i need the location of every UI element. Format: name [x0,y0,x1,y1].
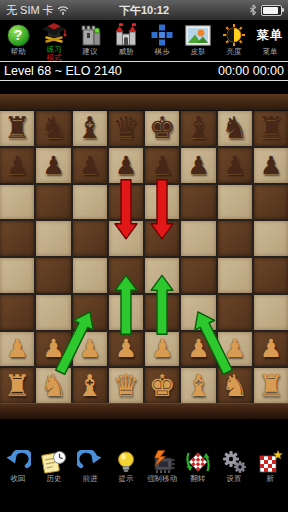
black-knight[interactable]: ♞ [221,113,248,143]
square-b2[interactable]: ♟ [36,332,70,367]
black-king[interactable]: ♚ [149,113,176,143]
status-bar: 无 SIM 卡 下午10:12 [0,0,288,20]
square-d4[interactable] [109,258,143,293]
square-h5[interactable] [254,221,288,256]
square-a5[interactable] [0,221,34,256]
square-d5[interactable] [109,221,143,256]
bottom-toolbar: 收回 历史 [0,447,288,494]
square-g2[interactable]: ♟ [218,332,252,367]
top-toolbar: ? 帮助 练习 模式 [0,20,288,62]
hint-button[interactable]: 提示 [108,449,144,494]
square-e3[interactable] [145,295,179,330]
white-knight[interactable]: ♞ [40,371,67,401]
square-d6[interactable] [109,185,143,220]
white-pawn[interactable]: ♟ [115,336,137,361]
square-c2[interactable]: ♟ [73,332,107,367]
square-e5[interactable] [145,221,179,256]
black-pawn[interactable]: ♟ [42,153,64,178]
carrier-label: 无 SIM 卡 [6,3,54,18]
skin-button[interactable]: 皮肤 [180,22,216,61]
new-game-button[interactable]: 新 [252,449,288,494]
settings-button[interactable]: 设置 [216,449,252,494]
black-bishop[interactable]: ♝ [185,113,212,143]
square-f7[interactable]: ♟ [181,148,215,183]
practice-mode-button[interactable]: 练习 模式 [36,22,72,61]
black-pawn[interactable]: ♟ [115,153,137,178]
square-g5[interactable] [218,221,252,256]
chess-board: ♜♞♝♛♚♝♞♜♟♟♟♟♟♟♟♟♟♟♟♟♟♟♟♟♜♞♝♛♚♝♞♜ [0,94,288,419]
history-label: 历史 [47,475,62,483]
square-g6[interactable] [218,185,252,220]
black-bishop[interactable]: ♝ [76,113,103,143]
menu-label: 菜单 [263,48,278,56]
white-bishop[interactable]: ♝ [76,371,103,401]
square-c6[interactable] [73,185,107,220]
lightbulb-icon [114,450,138,474]
take-back-label: 收回 [11,475,26,483]
force-move-label: 强制移动 [147,475,177,483]
flip-board-label: 翻转 [191,475,206,483]
black-pawn[interactable]: ♟ [6,153,28,178]
white-pawn[interactable]: ♟ [187,336,209,361]
black-rook[interactable]: ♜ [4,113,31,143]
black-queen[interactable]: ♛ [112,113,139,143]
sun-brightness-icon [222,23,246,47]
castle-red-flags-icon [114,23,138,47]
square-d8[interactable]: ♛ [109,111,143,146]
square-h8[interactable]: ♜ [254,111,288,146]
help-label: 帮助 [11,48,26,56]
suggest-label: 建议 [83,48,98,56]
app-root: 无 SIM 卡 下午10:12 ? 帮助 [0,0,288,512]
threat-label: 威胁 [119,48,134,56]
square-b3[interactable] [36,295,70,330]
cpu-lightning-icon [149,450,175,474]
white-rook[interactable]: ♜ [257,371,284,401]
castle-tower-icon [78,23,102,47]
square-f2[interactable]: ♟ [181,332,215,367]
undo-arrow-icon [5,450,31,474]
square-f4[interactable] [181,258,215,293]
square-h7[interactable]: ♟ [254,148,288,183]
clocks-label: 00:00 00:00 [218,64,284,78]
square-d2[interactable]: ♟ [109,332,143,367]
square-b8[interactable]: ♞ [36,111,70,146]
square-h2[interactable]: ♟ [254,332,288,367]
practice-mode-label: 练习 模式 [47,46,62,62]
square-a1[interactable]: ♜ [0,368,34,403]
brightness-label: 亮度 [227,48,242,56]
menu-button[interactable]: 菜单 菜单 [252,22,288,61]
moves-label: 棋步 [155,48,170,56]
square-h3[interactable] [254,295,288,330]
white-bishop[interactable]: ♝ [185,371,212,401]
square-a8[interactable]: ♜ [0,111,34,146]
square-a3[interactable] [0,295,34,330]
brightness-button[interactable]: 亮度 [216,22,252,61]
square-b1[interactable]: ♞ [36,368,70,403]
wifi-icon [57,5,69,15]
square-f6[interactable] [181,185,215,220]
square-e6[interactable] [145,185,179,220]
bluetooth-icon [249,4,257,16]
forward-label: 前进 [83,475,98,483]
menu-text-icon: 菜单 [257,27,283,44]
square-e1[interactable]: ♚ [145,368,179,403]
skin-label: 皮肤 [191,48,206,56]
white-pawn[interactable]: ♟ [260,336,282,361]
black-pawn[interactable]: ♟ [78,153,100,178]
square-g4[interactable] [218,258,252,293]
info-bar: Level 68 ~ ELO 2140 00:00 00:00 [0,62,288,81]
moves-button[interactable]: 棋步 [144,22,180,61]
black-pawn[interactable]: ♟ [151,153,173,178]
picture-icon [185,25,211,46]
history-button[interactable]: 历史 [36,449,72,494]
white-rook[interactable]: ♜ [4,371,31,401]
square-b6[interactable] [36,185,70,220]
white-pawn[interactable]: ♟ [223,336,245,361]
square-g3[interactable] [218,295,252,330]
black-knight[interactable]: ♞ [40,113,67,143]
help-question-icon: ? [7,24,30,47]
flip-board-button[interactable]: 翻转 [180,449,216,494]
square-c8[interactable]: ♝ [73,111,107,146]
board-squares: ♜♞♝♛♚♝♞♜♟♟♟♟♟♟♟♟♟♟♟♟♟♟♟♟♜♞♝♛♚♝♞♜ [0,111,288,403]
black-pawn[interactable]: ♟ [187,153,209,178]
white-pawn[interactable]: ♟ [42,336,64,361]
white-king[interactable]: ♚ [149,371,176,401]
square-f3[interactable] [181,295,215,330]
square-f1[interactable]: ♝ [181,368,215,403]
square-b7[interactable]: ♟ [36,148,70,183]
square-e4[interactable] [145,258,179,293]
blue-cross-icon [150,23,174,47]
history-note-clock-icon [41,450,67,474]
board-frame-bottom [0,403,288,419]
redo-arrow-icon [77,450,103,474]
white-pawn[interactable]: ♟ [151,336,173,361]
white-pawn[interactable]: ♟ [78,336,100,361]
force-move-button[interactable]: 强制移动 [144,449,180,494]
square-c5[interactable] [73,221,107,256]
square-c4[interactable] [73,258,107,293]
new-game-label: 新 [266,475,274,483]
square-d3[interactable] [109,295,143,330]
take-back-button[interactable]: 收回 [0,449,36,494]
square-a4[interactable] [0,258,34,293]
square-e2[interactable]: ♟ [145,332,179,367]
black-pawn[interactable]: ♟ [223,153,245,178]
square-c3[interactable] [73,295,107,330]
white-queen[interactable]: ♛ [112,371,139,401]
square-f8[interactable]: ♝ [181,111,215,146]
square-a2[interactable]: ♟ [0,332,34,367]
level-elo-label: Level 68 ~ ELO 2140 [4,64,122,78]
white-pawn[interactable]: ♟ [6,336,28,361]
battery-icon [261,5,282,16]
square-d1[interactable]: ♛ [109,368,143,403]
square-h4[interactable] [254,258,288,293]
square-g7[interactable]: ♟ [218,148,252,183]
forward-button[interactable]: 前进 [72,449,108,494]
square-d7[interactable]: ♟ [109,148,143,183]
hint-label: 提示 [119,475,134,483]
square-c7[interactable]: ♟ [73,148,107,183]
white-knight[interactable]: ♞ [221,371,248,401]
flip-board-icon [185,450,211,474]
black-pawn[interactable]: ♟ [260,153,282,178]
square-b5[interactable] [36,221,70,256]
square-b4[interactable] [36,258,70,293]
square-e8[interactable]: ♚ [145,111,179,146]
square-g8[interactable]: ♞ [218,111,252,146]
graduation-cap-icon [41,22,67,46]
square-h1[interactable]: ♜ [254,368,288,403]
square-c1[interactable]: ♝ [73,368,107,403]
new-board-star-icon [257,450,283,474]
suggest-button[interactable]: 建议 [72,22,108,61]
gears-icon [221,450,247,474]
square-f5[interactable] [181,221,215,256]
square-h6[interactable] [254,185,288,220]
square-g1[interactable]: ♞ [218,368,252,403]
threat-button[interactable]: 威胁 [108,22,144,61]
square-a7[interactable]: ♟ [0,148,34,183]
black-rook[interactable]: ♜ [257,113,284,143]
spacer [0,81,288,94]
settings-label: 设置 [227,475,242,483]
board-frame-top [0,94,288,111]
help-button[interactable]: ? 帮助 [0,22,36,61]
square-a6[interactable] [0,185,34,220]
square-e7[interactable]: ♟ [145,148,179,183]
